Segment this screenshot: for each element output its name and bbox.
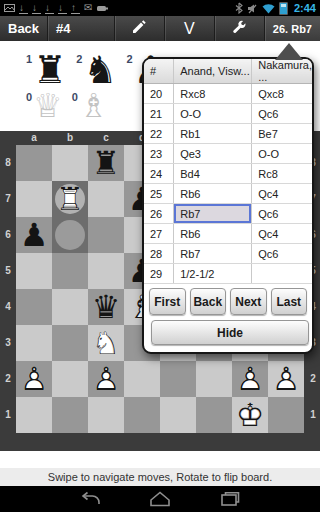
hint-text: Swipe to navigate moves, Rotate to flip … xyxy=(48,471,272,483)
captured-count: 2 xyxy=(76,53,82,65)
piece-wP-a2[interactable]: ♟♙ xyxy=(16,361,52,397)
square-b8[interactable] xyxy=(52,145,88,181)
piece-glyph: ♕ xyxy=(33,89,63,122)
move-number-23: 23 xyxy=(144,144,174,164)
bluetooth-icon xyxy=(235,2,243,14)
rank-label-5: 5 xyxy=(1,266,15,276)
white-move-20[interactable]: Rxc8 xyxy=(174,84,252,104)
rank-label-1: 1 xyxy=(1,410,15,420)
piece-wR-b7[interactable]: ♜♖ xyxy=(52,181,88,217)
move-number-26: 26 xyxy=(144,204,174,224)
move-row-25: 25Rb6Qc4 xyxy=(144,184,312,204)
bottom-white-strip xyxy=(0,451,320,468)
status-bar: ↓ ↓ ↓ ↓ ↑ ✉ 2:44 xyxy=(0,0,320,16)
first-button[interactable]: First xyxy=(149,288,186,315)
captured-count: 0 xyxy=(72,91,78,103)
square-a5[interactable] xyxy=(16,253,52,289)
captured-count: 1 xyxy=(26,53,32,65)
move-number-29: 29 xyxy=(144,264,174,284)
piece-bQ-c4[interactable]: ♛ xyxy=(88,289,124,325)
square-c6[interactable] xyxy=(88,217,124,253)
move-row-28: 28Rb7Qc6 xyxy=(144,244,312,264)
rank-label-4: 4 xyxy=(1,302,15,312)
square-b2[interactable] xyxy=(52,361,88,397)
file-label-b: b xyxy=(63,133,77,143)
black-move-29[interactable] xyxy=(252,264,312,284)
square-e2[interactable] xyxy=(160,361,196,397)
white-move-29[interactable]: 1/2-1/2 xyxy=(174,264,252,284)
rank-label-7: 7 xyxy=(1,194,15,204)
move-row-20: 20Rxc8Qxc8 xyxy=(144,84,312,104)
hide-button[interactable]: Hide xyxy=(151,320,309,345)
move-row-26: 26Rb7Qc6 xyxy=(144,204,312,224)
rank-label-2: 2 xyxy=(306,374,320,384)
square-f1[interactable] xyxy=(196,397,232,433)
white-move-21[interactable]: O-O xyxy=(174,104,252,124)
piece-wK-g1[interactable]: ♚♔ xyxy=(232,397,268,433)
move-highlight-circle xyxy=(55,220,85,250)
move-number-22: 22 xyxy=(144,124,174,144)
captured-count: 0 xyxy=(26,91,32,103)
black-move-26[interactable]: Qc6 xyxy=(252,204,312,224)
piece-glyph: ♜ xyxy=(33,51,67,89)
rank-label-8: 8 xyxy=(1,158,15,168)
white-move-24[interactable]: Bd4 xyxy=(174,164,252,184)
battery-icon xyxy=(279,2,288,15)
piece-bR-c8[interactable]: ♜ xyxy=(88,145,124,181)
square-f2[interactable] xyxy=(196,361,232,397)
move-row-24: 24Bd4Rc8 xyxy=(144,164,312,184)
square-b3[interactable] xyxy=(52,325,88,361)
move-number-25: 25 xyxy=(144,184,174,204)
hint-bar: Swipe to navigate moves, Rotate to flip … xyxy=(0,468,320,486)
download-icon: ↓ xyxy=(19,3,28,14)
upload-icon: ↑ xyxy=(71,3,80,14)
tools-button[interactable] xyxy=(215,16,264,41)
col-move-number: # xyxy=(144,59,174,84)
piece-wP-c2[interactable]: ♟♙ xyxy=(88,361,124,397)
rank-label-6: 6 xyxy=(1,230,15,240)
annotate-button[interactable] xyxy=(115,16,164,41)
download-icon: ↓ xyxy=(32,3,41,14)
black-move-25[interactable]: Qc4 xyxy=(252,184,312,204)
piece-glyph: ♞ xyxy=(83,51,117,89)
square-a4[interactable] xyxy=(16,289,52,325)
col-black-player: Nakamura, ... xyxy=(252,59,312,84)
move-table: # Anand, Visw... Nakamura, ... 20Rxc8Qxc… xyxy=(144,59,312,284)
status-left-icons: ↓ ↓ ↓ ↓ ↑ ✉ xyxy=(4,3,235,14)
move-row-27: 27Rb6Qc4 xyxy=(144,224,312,244)
black-move-21[interactable]: Qc6 xyxy=(252,104,312,124)
move-number-28: 28 xyxy=(144,244,174,264)
back-nav-icon[interactable] xyxy=(77,489,103,509)
square-b5[interactable] xyxy=(52,253,88,289)
current-move-button[interactable]: 26. Rb7 xyxy=(265,16,320,41)
square-e1[interactable] xyxy=(160,397,196,433)
piece-wP-g2[interactable]: ♟♙ xyxy=(232,361,268,397)
popup-hide-row: Hide xyxy=(144,317,312,352)
move-number-24: 24 xyxy=(144,164,174,184)
captured-wB-dim: 0♗ xyxy=(72,89,109,122)
game-number-label: #4 xyxy=(48,16,78,41)
last-button[interactable]: Last xyxy=(271,288,308,315)
back-move-button[interactable]: Back xyxy=(190,288,227,315)
square-a3[interactable] xyxy=(16,325,52,361)
rank-label-3: 3 xyxy=(1,338,15,348)
captured-bN: 2♞ xyxy=(76,51,117,89)
variation-button[interactable]: V xyxy=(165,16,214,41)
move-row-23: 23Qe3O-O xyxy=(144,144,312,164)
file-label-c: c xyxy=(99,133,113,143)
wifi-icon xyxy=(262,3,275,14)
screenshot-icon xyxy=(4,3,15,13)
move-number-27: 27 xyxy=(144,224,174,244)
home-nav-icon[interactable] xyxy=(147,489,173,509)
black-move-28[interactable]: Qc6 xyxy=(252,244,312,264)
move-number-21: 21 xyxy=(144,104,174,124)
vibrate-icon xyxy=(247,3,258,14)
move-row-22: 22Rb1Be7 xyxy=(144,124,312,144)
black-move-24[interactable]: Rc8 xyxy=(252,164,312,184)
usb-icon xyxy=(96,4,108,12)
status-right-icons: 2:44 xyxy=(235,2,316,15)
wrench-icon xyxy=(231,19,247,38)
rank-label-2: 2 xyxy=(1,374,15,384)
white-move-25[interactable]: Rb6 xyxy=(174,184,252,204)
square-a8[interactable] xyxy=(16,145,52,181)
black-move-22[interactable]: Be7 xyxy=(252,124,312,144)
piece-wN-c3[interactable]: ♞♘ xyxy=(88,325,124,361)
white-move-23[interactable]: Qe3 xyxy=(174,144,252,164)
square-d2[interactable] xyxy=(124,361,160,397)
white-move-27[interactable]: Rb6 xyxy=(174,224,252,244)
status-time: 2:44 xyxy=(294,2,316,14)
download-icon: ↓ xyxy=(58,3,67,14)
captured-bR: 1♜ xyxy=(26,51,67,89)
android-nav-bar xyxy=(0,486,320,512)
black-move-27[interactable]: Qc4 xyxy=(252,224,312,244)
piece-bP-a6[interactable]: ♟ xyxy=(16,217,52,253)
white-move-26[interactable]: Rb7 xyxy=(174,204,252,224)
captured-wQ-dim: 0♕ xyxy=(26,89,63,122)
move-number-20: 20 xyxy=(144,84,174,104)
move-row-29: 291/2-1/2 xyxy=(144,264,312,284)
white-move-28[interactable]: Rb7 xyxy=(174,244,252,264)
pencil-icon xyxy=(131,19,147,38)
email-icon: ✉ xyxy=(84,3,92,13)
chess-app-screen: { "game": "chess", "position": { "fen": … xyxy=(0,0,320,512)
white-move-22[interactable]: Rb1 xyxy=(174,124,252,144)
black-move-23[interactable]: O-O xyxy=(252,144,312,164)
square-b1[interactable] xyxy=(52,397,88,433)
popup-callout-arrow xyxy=(275,43,303,60)
back-button[interactable]: Back xyxy=(0,16,47,41)
rank-label-1: 1 xyxy=(306,410,320,420)
captured-count: 2 xyxy=(126,53,132,65)
square-b4[interactable] xyxy=(52,289,88,325)
variation-v-icon: V xyxy=(184,20,195,38)
col-white-player: Anand, Visw... xyxy=(174,59,252,84)
square-c5[interactable] xyxy=(88,253,124,289)
square-h1[interactable] xyxy=(268,397,304,433)
file-label-a: a xyxy=(27,133,41,143)
move-row-21: 21O-OQc6 xyxy=(144,104,312,124)
next-button[interactable]: Next xyxy=(230,288,267,315)
square-d1[interactable] xyxy=(124,397,160,433)
captured-dim-row: 0♕0♗ xyxy=(26,89,117,122)
recents-nav-icon[interactable] xyxy=(217,489,243,509)
move-list-popup: # Anand, Visw... Nakamura, ... 20Rxc8Qxc… xyxy=(142,57,314,354)
piece-glyph: ♗ xyxy=(79,89,109,122)
square-b6[interactable] xyxy=(52,217,88,253)
toolbar-spacer xyxy=(79,16,114,41)
piece-wP-h2[interactable]: ♟♙ xyxy=(268,361,304,397)
square-a1[interactable] xyxy=(16,397,52,433)
move-table-header: # Anand, Visw... Nakamura, ... xyxy=(144,59,312,84)
popup-nav-buttons: First Back Next Last xyxy=(144,284,312,317)
download-icon: ↓ xyxy=(45,3,54,14)
toolbar: Back #4 V 26. Rb7 xyxy=(0,16,320,42)
square-a7[interactable] xyxy=(16,181,52,217)
square-c7[interactable] xyxy=(88,181,124,217)
square-c1[interactable] xyxy=(88,397,124,433)
black-move-20[interactable]: Qxc8 xyxy=(252,84,312,104)
